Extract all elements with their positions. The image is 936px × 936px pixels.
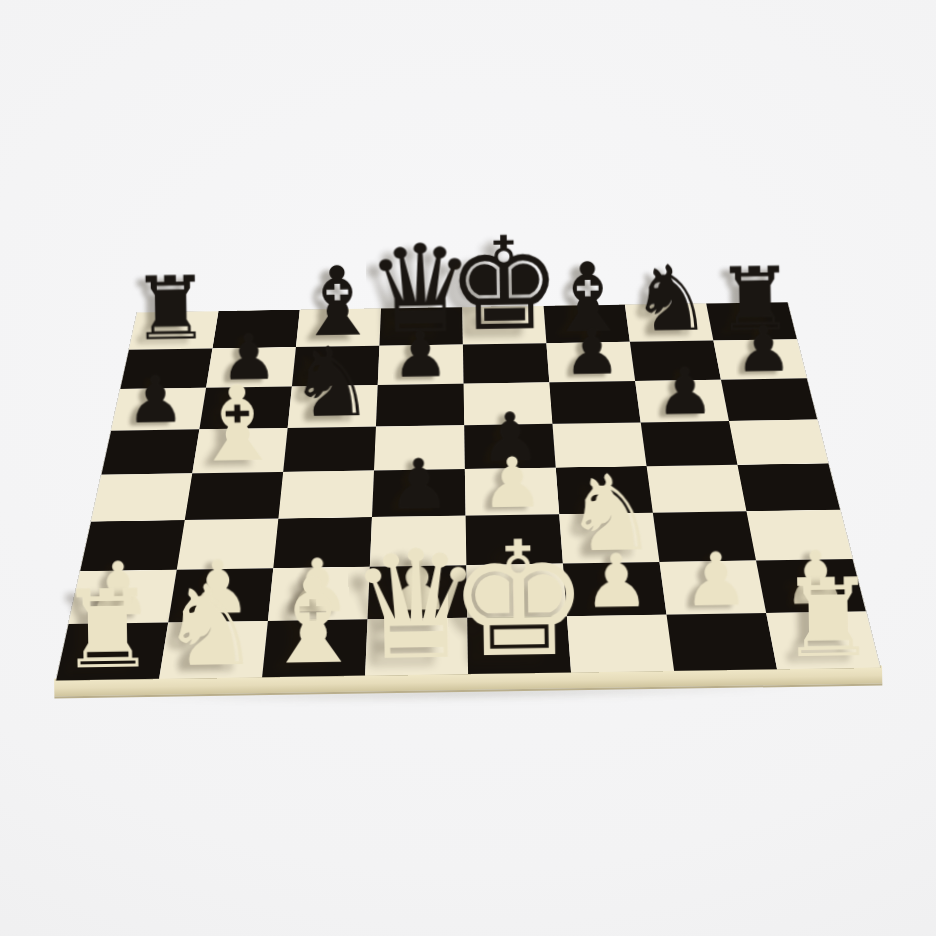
black-pawn[interactable]: ♟ — [125, 369, 184, 430]
square-h5[interactable] — [729, 420, 828, 465]
square-c4[interactable] — [278, 470, 374, 518]
square-g8[interactable]: ♞ — [625, 303, 713, 341]
white-king[interactable]: ♚ — [446, 526, 590, 674]
square-e7[interactable] — [463, 343, 549, 384]
square-b4[interactable] — [185, 472, 283, 520]
black-king[interactable]: ♚ — [445, 225, 562, 345]
black-pawn[interactable]: ♟ — [387, 452, 450, 516]
square-h1[interactable]: ♜ — [766, 612, 880, 670]
square-d6[interactable] — [376, 384, 464, 427]
square-g1[interactable] — [667, 613, 778, 671]
square-f6[interactable] — [549, 381, 640, 424]
square-a5[interactable] — [101, 429, 199, 474]
chess-board: ♜♝♛♚♝♞♜♟♟♟♟♟♞♟♝♟♟♟♞♟♟♟♟♟♟♟♜♞♝♛♚♜ — [56, 302, 880, 680]
square-b5[interactable]: ♝ — [192, 428, 287, 473]
white-pawn[interactable]: ♟ — [480, 450, 543, 514]
square-a1[interactable]: ♜ — [56, 623, 168, 681]
black-knight[interactable]: ♞ — [287, 338, 374, 428]
scene: ♜♝♛♚♝♞♜♟♟♟♟♟♞♟♝♟♟♟♞♟♟♟♟♟♟♟♜♞♝♛♚♜ — [0, 0, 936, 936]
square-e8[interactable]: ♚ — [462, 306, 546, 344]
square-e1[interactable]: ♚ — [467, 616, 571, 674]
square-h6[interactable] — [721, 378, 817, 421]
white-knight[interactable]: ♞ — [159, 574, 261, 679]
black-pawn[interactable]: ♟ — [655, 361, 714, 422]
white-bishop[interactable]: ♝ — [190, 376, 285, 473]
square-c6[interactable]: ♞ — [288, 385, 378, 428]
square-g4[interactable] — [647, 465, 747, 513]
square-g6[interactable]: ♟ — [635, 380, 729, 423]
square-d7[interactable]: ♟ — [378, 344, 464, 385]
square-b1[interactable]: ♞ — [159, 621, 268, 679]
white-rook[interactable]: ♜ — [778, 568, 876, 669]
square-a8[interactable]: ♜ — [129, 311, 219, 350]
white-pawn[interactable]: ♟ — [583, 547, 650, 616]
white-rook[interactable]: ♜ — [58, 579, 156, 680]
black-pawn[interactable]: ♟ — [391, 325, 449, 384]
square-h4[interactable] — [737, 463, 840, 511]
square-c5[interactable] — [283, 427, 376, 472]
square-h7[interactable]: ♟ — [713, 339, 806, 379]
white-pawn[interactable]: ♟ — [682, 545, 749, 614]
black-pawn[interactable]: ♟ — [563, 323, 621, 382]
black-pawn[interactable]: ♟ — [734, 320, 792, 379]
square-a4[interactable] — [91, 473, 192, 521]
square-f7[interactable]: ♟ — [546, 342, 635, 382]
black-rook[interactable]: ♜ — [130, 268, 210, 350]
square-g2[interactable]: ♟ — [659, 561, 766, 615]
perspective-wrapper: ♜♝♛♚♝♞♜♟♟♟♟♟♞♟♝♟♟♟♞♟♟♟♟♟♟♟♜♞♝♛♚♜ — [0, 0, 936, 936]
black-knight[interactable]: ♞ — [630, 257, 713, 342]
